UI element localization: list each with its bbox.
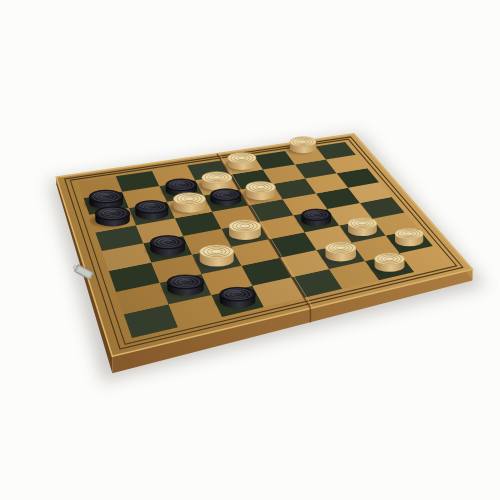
product-photo-scene [0, 0, 500, 500]
piece-sheen [99, 209, 116, 215]
piece-sheen [171, 277, 189, 283]
piece-sheen [293, 138, 306, 143]
piece-sheen [233, 222, 249, 228]
piece-sheen [231, 154, 245, 159]
piece-sheen [177, 195, 193, 201]
piece-sheen [329, 244, 344, 249]
piece-sheen [169, 181, 185, 186]
piece-sheen [378, 255, 393, 260]
piece-sheen [305, 211, 320, 216]
checkers-board [0, 0, 500, 500]
piece-wood-g8[interactable] [286, 137, 316, 154]
piece-sheen [205, 174, 220, 179]
piece-sheen [203, 247, 220, 253]
piece-sheen [249, 183, 264, 188]
piece-sheen [224, 290, 242, 296]
piece-sheen [139, 203, 156, 209]
piece-sheen [93, 192, 110, 198]
piece-sheen [351, 220, 365, 225]
piece-sheen [154, 238, 171, 244]
piece-sheen [398, 230, 412, 235]
piece-sheen [214, 191, 229, 196]
